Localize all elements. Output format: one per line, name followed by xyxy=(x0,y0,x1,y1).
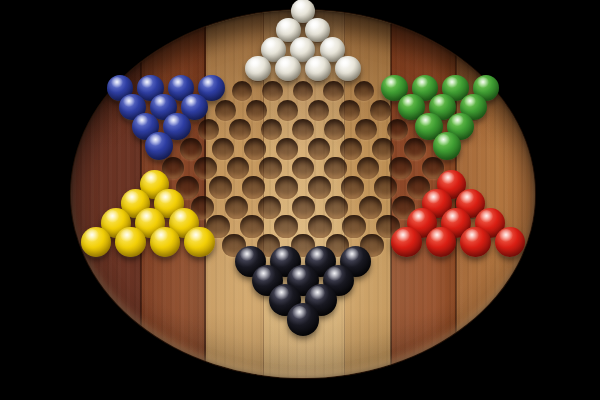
hole-r7c8[interactable] xyxy=(355,119,376,140)
specular-highlight xyxy=(419,115,432,126)
specular-highlight xyxy=(202,77,214,88)
hole-r7c3[interactable] xyxy=(198,119,219,140)
hole-r10c6[interactable] xyxy=(308,176,331,199)
hole-r7c6[interactable] xyxy=(292,119,313,140)
specular-highlight xyxy=(265,39,277,50)
hole-r6c8[interactable] xyxy=(339,100,360,121)
specular-highlight xyxy=(385,77,397,88)
specular-highlight xyxy=(345,248,359,261)
specular-highlight xyxy=(412,210,426,223)
specular-highlight xyxy=(446,77,458,88)
hole-r9c5[interactable] xyxy=(292,157,314,179)
specular-highlight xyxy=(295,0,306,10)
hole-r9c4[interactable] xyxy=(259,157,281,179)
hole-r9c7[interactable] xyxy=(357,157,379,179)
specular-highlight xyxy=(430,229,444,242)
hole-r7c4[interactable] xyxy=(229,119,250,140)
hole-r8c7[interactable] xyxy=(340,138,362,160)
hole-r8c3[interactable] xyxy=(212,138,234,160)
marble-yellow[interactable] xyxy=(81,227,112,258)
marble-red[interactable] xyxy=(391,227,422,258)
hole-r11c8[interactable] xyxy=(359,196,382,219)
specular-highlight xyxy=(240,248,254,261)
hole-r9c2[interactable] xyxy=(194,157,216,179)
hole-r5c5[interactable] xyxy=(232,81,253,102)
specular-highlight xyxy=(189,229,203,242)
specular-highlight xyxy=(120,229,134,242)
hole-r11c5[interactable] xyxy=(258,196,281,219)
specular-highlight xyxy=(106,210,120,223)
specular-highlight xyxy=(125,191,139,203)
marble-yellow[interactable] xyxy=(115,227,146,258)
hole-r11c6[interactable] xyxy=(292,196,315,219)
hole-r11c4[interactable] xyxy=(225,196,248,219)
specular-highlight xyxy=(154,229,168,242)
hole-r9c6[interactable] xyxy=(324,157,346,179)
specular-highlight xyxy=(141,77,153,88)
hole-r6c7[interactable] xyxy=(308,100,329,121)
holes-and-marbles-layer xyxy=(0,0,600,400)
marble-white[interactable] xyxy=(335,56,361,82)
specular-highlight xyxy=(174,210,188,223)
specular-highlight xyxy=(310,286,325,300)
specular-highlight xyxy=(256,267,271,280)
specular-highlight xyxy=(437,134,450,146)
specular-highlight xyxy=(446,210,460,223)
hole-r6c4[interactable] xyxy=(215,100,236,121)
marble-yellow[interactable] xyxy=(184,227,215,258)
specular-highlight xyxy=(140,210,154,223)
marble-red[interactable] xyxy=(426,227,457,258)
specular-highlight xyxy=(396,229,410,242)
specular-highlight xyxy=(144,172,157,184)
specular-highlight xyxy=(275,248,289,261)
specular-highlight xyxy=(111,77,123,88)
hole-r8c4[interactable] xyxy=(244,138,266,160)
specular-highlight xyxy=(433,96,445,107)
specular-highlight xyxy=(441,172,454,184)
specular-highlight xyxy=(274,286,289,300)
hole-r7c7[interactable] xyxy=(324,119,345,140)
hole-r5c8[interactable] xyxy=(323,81,344,102)
specular-highlight xyxy=(159,191,173,203)
specular-highlight xyxy=(249,58,261,69)
hole-r10c7[interactable] xyxy=(341,176,364,199)
hole-r6c5[interactable] xyxy=(246,100,267,121)
hole-r6c6[interactable] xyxy=(277,100,298,121)
hole-r6c9[interactable] xyxy=(370,100,391,121)
specular-highlight xyxy=(339,58,351,69)
specular-highlight xyxy=(327,267,342,280)
specular-highlight xyxy=(123,96,135,107)
marble-black[interactable] xyxy=(287,303,320,336)
hole-r12c7[interactable] xyxy=(308,215,331,238)
hole-r10c5[interactable] xyxy=(275,176,298,199)
specular-highlight xyxy=(279,58,291,69)
specular-highlight xyxy=(172,77,184,88)
photo-background xyxy=(0,0,600,400)
hole-r8c9[interactable] xyxy=(404,138,426,160)
specular-highlight xyxy=(324,39,336,50)
hole-r7c9[interactable] xyxy=(387,119,408,140)
specular-highlight xyxy=(292,306,307,320)
specular-highlight xyxy=(309,58,321,69)
hole-r5c7[interactable] xyxy=(293,81,314,102)
hole-r9c3[interactable] xyxy=(227,157,249,179)
specular-highlight xyxy=(480,210,494,223)
marble-blue[interactable] xyxy=(145,132,173,160)
specular-highlight xyxy=(280,19,291,29)
specular-highlight xyxy=(416,77,428,88)
specular-highlight xyxy=(465,229,479,242)
specular-highlight xyxy=(499,229,513,242)
specular-highlight xyxy=(310,248,324,261)
marble-white[interactable] xyxy=(245,56,271,82)
specular-highlight xyxy=(460,191,474,203)
hole-r12c8[interactable] xyxy=(342,215,365,238)
hole-r10c8[interactable] xyxy=(374,176,397,199)
marble-red[interactable] xyxy=(495,227,526,258)
specular-highlight xyxy=(464,96,476,107)
specular-highlight xyxy=(451,115,464,126)
specular-highlight xyxy=(427,191,441,203)
marble-yellow[interactable] xyxy=(150,227,181,258)
specular-highlight xyxy=(477,77,489,88)
hole-r12c5[interactable] xyxy=(240,215,263,238)
marble-white[interactable] xyxy=(305,56,331,82)
hole-r8c2[interactable] xyxy=(180,138,202,160)
hole-r10c3[interactable] xyxy=(209,176,232,199)
specular-highlight xyxy=(85,229,99,242)
hole-r8c5[interactable] xyxy=(276,138,298,160)
specular-highlight xyxy=(292,267,307,280)
specular-highlight xyxy=(309,19,320,29)
specular-highlight xyxy=(185,96,197,107)
hole-r10c4[interactable] xyxy=(242,176,265,199)
hole-r5c6[interactable] xyxy=(262,81,283,102)
hole-r5c9[interactable] xyxy=(354,81,375,102)
hole-r7c5[interactable] xyxy=(261,119,282,140)
specular-highlight xyxy=(167,115,180,126)
specular-highlight xyxy=(402,96,414,107)
hole-r8c8[interactable] xyxy=(372,138,394,160)
hole-r8c6[interactable] xyxy=(308,138,330,160)
hole-r9c8[interactable] xyxy=(389,157,411,179)
specular-highlight xyxy=(154,96,166,107)
specular-highlight xyxy=(136,115,149,126)
specular-highlight xyxy=(294,39,306,50)
marble-green[interactable] xyxy=(433,132,461,160)
hole-r11c7[interactable] xyxy=(325,196,348,219)
marble-red[interactable] xyxy=(460,227,491,258)
hole-r12c6[interactable] xyxy=(274,215,297,238)
marble-white[interactable] xyxy=(275,56,301,82)
specular-highlight xyxy=(149,134,162,146)
